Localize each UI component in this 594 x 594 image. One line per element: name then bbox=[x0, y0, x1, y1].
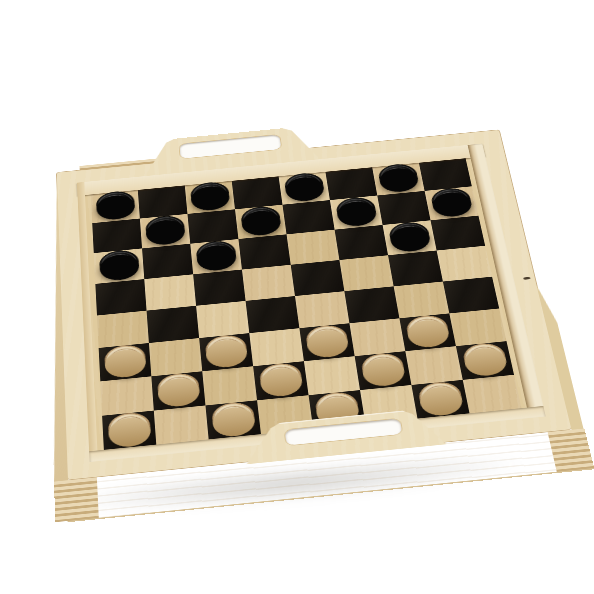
board-cell[interactable] bbox=[388, 250, 443, 286]
board-cell[interactable] bbox=[196, 301, 249, 338]
board-cell[interactable] bbox=[393, 281, 449, 318]
tray-interior bbox=[77, 144, 546, 462]
checkerboard bbox=[90, 158, 521, 451]
board-cell[interactable] bbox=[430, 215, 485, 250]
board-cell[interactable] bbox=[100, 376, 153, 415]
board-cell[interactable] bbox=[282, 200, 334, 234]
board-cell[interactable] bbox=[202, 366, 257, 405]
board-margin bbox=[85, 158, 527, 451]
board-cell[interactable] bbox=[334, 225, 387, 260]
back-handle-slot bbox=[179, 134, 281, 158]
board-cell[interactable] bbox=[142, 243, 193, 278]
board-cell[interactable] bbox=[339, 255, 393, 291]
front-left-plywood-corner bbox=[54, 477, 99, 522]
left-outer-wall bbox=[45, 174, 68, 482]
board-cell[interactable] bbox=[449, 308, 506, 346]
board-cell[interactable] bbox=[97, 310, 149, 347]
wooden-tray bbox=[56, 129, 572, 480]
board-cell[interactable] bbox=[295, 291, 349, 328]
board-cell[interactable] bbox=[325, 167, 377, 200]
board-cell[interactable] bbox=[286, 229, 339, 264]
wood-knot bbox=[523, 277, 530, 280]
board-cell[interactable] bbox=[405, 346, 462, 385]
board-cell[interactable] bbox=[245, 296, 299, 333]
board-cell[interactable] bbox=[349, 318, 405, 356]
front-handle-slot bbox=[285, 418, 403, 445]
board-cell[interactable] bbox=[344, 286, 399, 323]
board-cell[interactable] bbox=[241, 265, 294, 301]
board-cell[interactable] bbox=[187, 209, 238, 243]
front-right-plywood-corner bbox=[548, 429, 594, 472]
board-cell[interactable] bbox=[303, 356, 359, 395]
board-cell[interactable] bbox=[418, 158, 471, 191]
scene bbox=[3, 0, 591, 591]
board-cell[interactable] bbox=[144, 274, 196, 310]
product-photo-stage bbox=[0, 0, 594, 594]
board-cell[interactable] bbox=[238, 234, 290, 269]
board-cell[interactable] bbox=[436, 246, 491, 282]
board-cell[interactable] bbox=[148, 338, 201, 376]
board-cell[interactable] bbox=[146, 306, 199, 343]
board-cell[interactable] bbox=[249, 328, 304, 366]
board-cell[interactable] bbox=[92, 218, 142, 253]
board-cell[interactable] bbox=[95, 279, 146, 315]
board-cell[interactable] bbox=[193, 269, 245, 305]
board-cell[interactable] bbox=[442, 276, 498, 313]
board-cell[interactable] bbox=[137, 185, 187, 219]
board-cell[interactable] bbox=[290, 260, 344, 296]
board-cell[interactable] bbox=[231, 176, 282, 209]
board-cell[interactable] bbox=[377, 191, 430, 225]
